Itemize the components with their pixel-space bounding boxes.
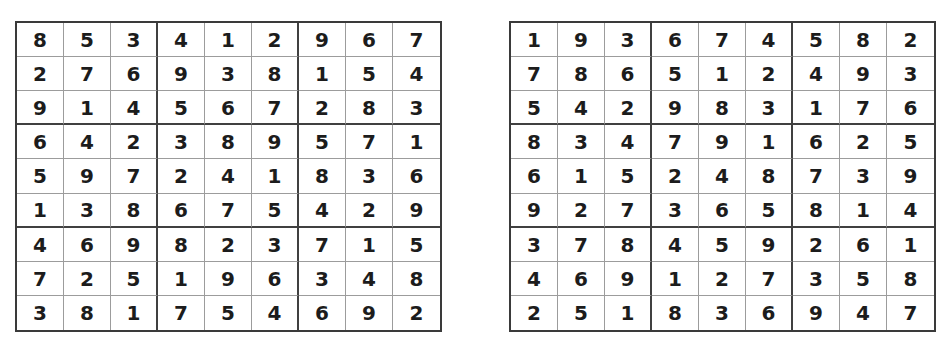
- cell-r6c2: 2: [558, 194, 605, 228]
- sudoku-boards-container: 8534129672769381549145672836423895715972…: [15, 21, 936, 332]
- cell-r4c7: 5: [299, 125, 346, 159]
- cell-r1c1: 1: [511, 23, 558, 57]
- cell-r1c6: 4: [746, 23, 793, 57]
- cell-r6c4: 3: [652, 194, 699, 228]
- cell-r7c3: 9: [111, 228, 158, 262]
- cell-r3c1: 9: [17, 91, 64, 125]
- cell-r4c7: 6: [793, 125, 840, 159]
- cell-r8c1: 7: [17, 262, 64, 296]
- cell-r3c9: 6: [887, 91, 934, 125]
- cell-r5c2: 1: [558, 159, 605, 193]
- cell-r3c7: 2: [299, 91, 346, 125]
- cell-r1c3: 3: [605, 23, 652, 57]
- cell-r2c7: 4: [793, 57, 840, 91]
- cell-r4c1: 8: [511, 125, 558, 159]
- cell-r2c9: 3: [887, 57, 934, 91]
- cell-r8c4: 1: [158, 262, 205, 296]
- cell-r7c6: 3: [252, 228, 299, 262]
- cell-r3c6: 7: [252, 91, 299, 125]
- cell-r4c8: 2: [840, 125, 887, 159]
- cell-r3c8: 7: [840, 91, 887, 125]
- cell-r4c5: 8: [205, 125, 252, 159]
- cell-r7c8: 1: [346, 228, 393, 262]
- cell-r1c8: 8: [840, 23, 887, 57]
- cell-r3c3: 4: [111, 91, 158, 125]
- sudoku-board-left: 8534129672769381549145672836423895715972…: [15, 21, 442, 332]
- cell-r5c5: 4: [205, 159, 252, 193]
- cell-r6c3: 7: [605, 194, 652, 228]
- cell-r9c8: 4: [840, 296, 887, 330]
- cell-r9c3: 1: [605, 296, 652, 330]
- cell-r8c6: 7: [746, 262, 793, 296]
- cell-r5c3: 5: [605, 159, 652, 193]
- cell-r1c2: 9: [558, 23, 605, 57]
- cell-r6c3: 8: [111, 194, 158, 228]
- cell-r9c9: 7: [887, 296, 934, 330]
- cell-r3c5: 8: [699, 91, 746, 125]
- cell-r8c3: 9: [605, 262, 652, 296]
- cell-r4c6: 9: [252, 125, 299, 159]
- cell-r8c8: 4: [346, 262, 393, 296]
- cell-r9c6: 4: [252, 296, 299, 330]
- cell-r6c7: 4: [299, 194, 346, 228]
- cell-r6c2: 3: [64, 194, 111, 228]
- cell-r2c6: 2: [746, 57, 793, 91]
- cell-r8c9: 8: [887, 262, 934, 296]
- cell-r6c5: 7: [205, 194, 252, 228]
- cell-r1c7: 5: [793, 23, 840, 57]
- cell-r9c8: 9: [346, 296, 393, 330]
- cell-r9c6: 6: [746, 296, 793, 330]
- cell-r4c1: 6: [17, 125, 64, 159]
- cell-r5c9: 6: [393, 159, 440, 193]
- page: 8534129672769381549145672836423895715972…: [0, 0, 945, 355]
- cell-r6c1: 9: [511, 194, 558, 228]
- cell-r9c4: 8: [652, 296, 699, 330]
- cell-r8c3: 5: [111, 262, 158, 296]
- cell-r6c9: 4: [887, 194, 934, 228]
- cell-r7c1: 4: [17, 228, 64, 262]
- cell-r2c1: 7: [511, 57, 558, 91]
- cell-r9c1: 2: [511, 296, 558, 330]
- cell-r8c1: 4: [511, 262, 558, 296]
- cell-r2c2: 7: [64, 57, 111, 91]
- sudoku-board-right: 1936745827865124935429831768347916256152…: [509, 21, 936, 332]
- cell-r7c7: 7: [299, 228, 346, 262]
- cell-r1c8: 6: [346, 23, 393, 57]
- cell-r7c4: 4: [652, 228, 699, 262]
- cell-r8c4: 1: [652, 262, 699, 296]
- cell-r5c5: 4: [699, 159, 746, 193]
- cell-r1c4: 4: [158, 23, 205, 57]
- cell-r2c5: 3: [205, 57, 252, 91]
- cell-r6c4: 6: [158, 194, 205, 228]
- cell-r6c1: 1: [17, 194, 64, 228]
- cell-r6c6: 5: [252, 194, 299, 228]
- cell-r7c2: 6: [64, 228, 111, 262]
- cell-r9c4: 7: [158, 296, 205, 330]
- cell-r2c3: 6: [111, 57, 158, 91]
- cell-r5c2: 9: [64, 159, 111, 193]
- cell-r2c2: 8: [558, 57, 605, 91]
- cell-r6c6: 5: [746, 194, 793, 228]
- cell-r9c7: 6: [299, 296, 346, 330]
- cell-r5c8: 3: [346, 159, 393, 193]
- cell-r4c9: 5: [887, 125, 934, 159]
- cell-r6c9: 9: [393, 194, 440, 228]
- cell-r7c1: 3: [511, 228, 558, 262]
- cell-r6c8: 2: [346, 194, 393, 228]
- cell-r7c5: 2: [205, 228, 252, 262]
- cell-r1c9: 2: [887, 23, 934, 57]
- cell-r3c2: 4: [558, 91, 605, 125]
- cell-r1c9: 7: [393, 23, 440, 57]
- cell-r2c6: 8: [252, 57, 299, 91]
- cell-r2c5: 1: [699, 57, 746, 91]
- cell-r7c5: 5: [699, 228, 746, 262]
- cell-r7c2: 7: [558, 228, 605, 262]
- cell-r7c6: 9: [746, 228, 793, 262]
- cell-r1c5: 1: [205, 23, 252, 57]
- cell-r5c1: 6: [511, 159, 558, 193]
- cell-r3c7: 1: [793, 91, 840, 125]
- cell-r1c4: 6: [652, 23, 699, 57]
- cell-r4c5: 9: [699, 125, 746, 159]
- cell-r5c1: 5: [17, 159, 64, 193]
- cell-r7c9: 1: [887, 228, 934, 262]
- cell-r9c9: 2: [393, 296, 440, 330]
- cell-r3c5: 6: [205, 91, 252, 125]
- cell-r9c3: 1: [111, 296, 158, 330]
- cell-r3c4: 5: [158, 91, 205, 125]
- cell-r8c5: 2: [699, 262, 746, 296]
- cell-r7c4: 8: [158, 228, 205, 262]
- cell-r3c9: 3: [393, 91, 440, 125]
- cell-r3c4: 9: [652, 91, 699, 125]
- cell-r5c7: 7: [793, 159, 840, 193]
- cell-r8c5: 9: [205, 262, 252, 296]
- cell-r2c8: 9: [840, 57, 887, 91]
- cell-r4c8: 7: [346, 125, 393, 159]
- cell-r9c2: 5: [558, 296, 605, 330]
- cell-r7c8: 6: [840, 228, 887, 262]
- cell-r6c5: 6: [699, 194, 746, 228]
- cell-r2c3: 6: [605, 57, 652, 91]
- cell-r1c3: 3: [111, 23, 158, 57]
- cell-r2c8: 5: [346, 57, 393, 91]
- cell-r4c2: 4: [64, 125, 111, 159]
- cell-r3c3: 2: [605, 91, 652, 125]
- cell-r5c4: 2: [652, 159, 699, 193]
- cell-r5c6: 1: [252, 159, 299, 193]
- cell-r2c4: 9: [158, 57, 205, 91]
- cell-r5c8: 3: [840, 159, 887, 193]
- cell-r8c2: 6: [558, 262, 605, 296]
- cell-r9c7: 9: [793, 296, 840, 330]
- cell-r2c9: 4: [393, 57, 440, 91]
- cell-r4c9: 1: [393, 125, 440, 159]
- cell-r5c4: 2: [158, 159, 205, 193]
- cell-r4c3: 4: [605, 125, 652, 159]
- cell-r2c7: 1: [299, 57, 346, 91]
- cell-r6c7: 8: [793, 194, 840, 228]
- cell-r9c1: 3: [17, 296, 64, 330]
- cell-r7c3: 8: [605, 228, 652, 262]
- cell-r2c4: 5: [652, 57, 699, 91]
- cell-r2c1: 2: [17, 57, 64, 91]
- cell-r1c2: 5: [64, 23, 111, 57]
- cell-r9c5: 5: [205, 296, 252, 330]
- cell-r5c9: 9: [887, 159, 934, 193]
- cell-r1c1: 8: [17, 23, 64, 57]
- cell-r1c7: 9: [299, 23, 346, 57]
- cell-r7c9: 5: [393, 228, 440, 262]
- cell-r1c6: 2: [252, 23, 299, 57]
- cell-r9c5: 3: [699, 296, 746, 330]
- cell-r4c3: 2: [111, 125, 158, 159]
- cell-r7c7: 2: [793, 228, 840, 262]
- cell-r8c8: 5: [840, 262, 887, 296]
- cell-r8c2: 2: [64, 262, 111, 296]
- cell-r3c1: 5: [511, 91, 558, 125]
- cell-r8c7: 3: [299, 262, 346, 296]
- cell-r8c9: 8: [393, 262, 440, 296]
- cell-r5c7: 8: [299, 159, 346, 193]
- cell-r1c5: 7: [699, 23, 746, 57]
- cell-r6c8: 1: [840, 194, 887, 228]
- cell-r8c6: 6: [252, 262, 299, 296]
- cell-r3c2: 1: [64, 91, 111, 125]
- cell-r3c8: 8: [346, 91, 393, 125]
- cell-r4c4: 7: [652, 125, 699, 159]
- cell-r5c3: 7: [111, 159, 158, 193]
- cell-r9c2: 8: [64, 296, 111, 330]
- cell-r3c6: 3: [746, 91, 793, 125]
- cell-r4c4: 3: [158, 125, 205, 159]
- cell-r5c6: 8: [746, 159, 793, 193]
- cell-r8c7: 3: [793, 262, 840, 296]
- cell-r4c6: 1: [746, 125, 793, 159]
- cell-r4c2: 3: [558, 125, 605, 159]
